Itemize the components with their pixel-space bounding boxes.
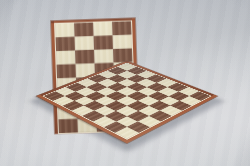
- board-square-dark: [74, 22, 93, 36]
- product-photo-scene: [0, 0, 250, 166]
- board-square-light: [75, 36, 94, 50]
- board-square-dark: [113, 48, 132, 62]
- board-square-light: [93, 22, 112, 36]
- board-square-dark: [75, 50, 94, 64]
- board-square-dark: [112, 21, 131, 35]
- board-square-light: [56, 50, 75, 64]
- board-square-dark: [58, 119, 77, 133]
- board-square-dark: [56, 37, 75, 51]
- board-square-light: [55, 23, 74, 37]
- board-square-dark: [57, 64, 76, 78]
- board-square-dark: [94, 35, 113, 49]
- board-square-light: [94, 49, 113, 63]
- board-square-light: [113, 35, 132, 49]
